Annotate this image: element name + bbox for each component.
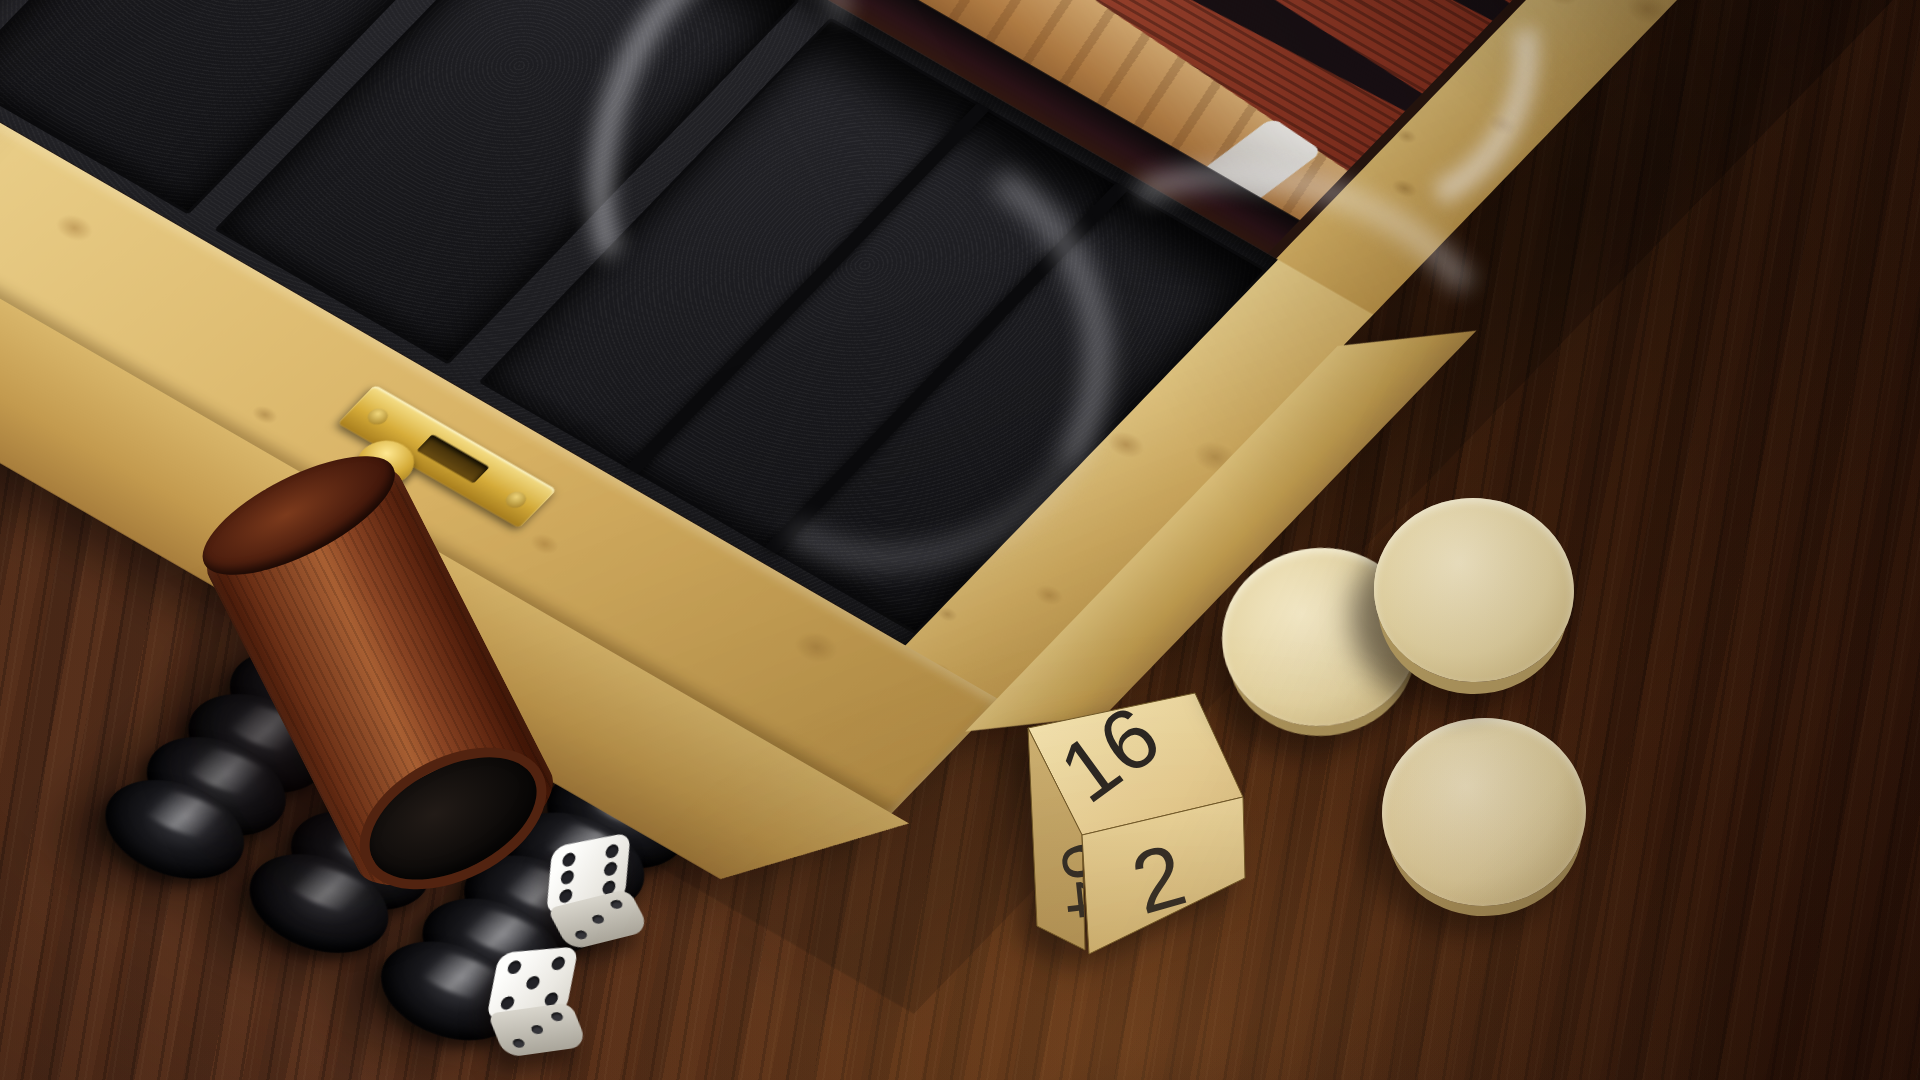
die-pip bbox=[603, 862, 617, 878]
pip-cell bbox=[552, 1030, 579, 1043]
die-pip bbox=[560, 870, 574, 886]
die-pip bbox=[558, 888, 572, 904]
die-2[interactable] bbox=[483, 944, 589, 1060]
die-pip bbox=[531, 1025, 545, 1035]
doubling-cube[interactable]: 64 16 2 bbox=[1015, 682, 1265, 972]
die-pip bbox=[550, 1011, 564, 1021]
die-pip bbox=[499, 996, 515, 1010]
latch-screw bbox=[364, 405, 392, 427]
scene: 64 16 2 bbox=[0, 0, 1920, 1080]
die-pip bbox=[550, 956, 566, 970]
latch-screw bbox=[502, 489, 530, 511]
latch-slot bbox=[417, 434, 490, 483]
die-pip bbox=[512, 1038, 526, 1048]
cream-checker-3[interactable] bbox=[1377, 713, 1591, 911]
die-pip bbox=[605, 844, 619, 860]
die-pip bbox=[574, 930, 589, 941]
die-pip bbox=[525, 976, 541, 990]
die-pip bbox=[506, 960, 522, 974]
die-pip bbox=[561, 852, 575, 868]
